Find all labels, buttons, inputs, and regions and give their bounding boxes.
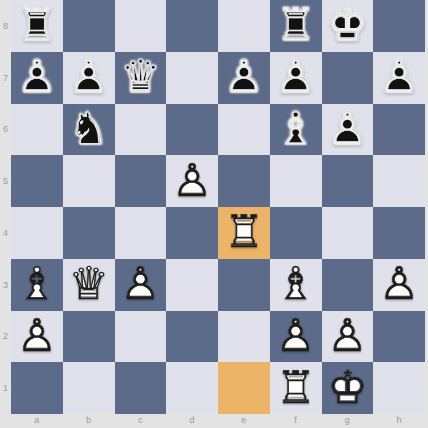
- square-a8[interactable]: ♜♖: [11, 0, 63, 52]
- black-pawn-g6[interactable]: ♟♙: [322, 104, 374, 156]
- piece-outline-glyph: ♙: [373, 52, 425, 104]
- white-bishop-f3[interactable]: ♝♗: [270, 259, 322, 311]
- square-e5[interactable]: [218, 155, 270, 207]
- piece-outline-glyph: ♗: [11, 259, 63, 311]
- white-bishop-a3[interactable]: ♝♗: [11, 259, 63, 311]
- piece-outline-glyph: ♔: [322, 362, 374, 414]
- square-b4[interactable]: [63, 207, 115, 259]
- square-c1[interactable]: [115, 362, 167, 414]
- square-b5[interactable]: [63, 155, 115, 207]
- white-pawn-h3[interactable]: ♟♙: [373, 259, 425, 311]
- square-f3[interactable]: ♝♗: [270, 259, 322, 311]
- rank-label-1: 1: [0, 362, 11, 414]
- rank-label-8: 8: [0, 0, 11, 52]
- square-b2[interactable]: [63, 311, 115, 363]
- square-a4[interactable]: [11, 207, 63, 259]
- square-a6[interactable]: [11, 104, 63, 156]
- square-b8[interactable]: [63, 0, 115, 52]
- black-bishop-f6[interactable]: ♝♗: [270, 104, 322, 156]
- piece-outline-glyph: ♙: [322, 104, 374, 156]
- white-pawn-g2[interactable]: ♟♙: [322, 311, 374, 363]
- square-c7[interactable]: ♛♕: [115, 52, 167, 104]
- piece-outline-glyph: ♗: [270, 259, 322, 311]
- rank-label-5: 5: [0, 155, 11, 207]
- piece-outline-glyph: ♖: [270, 0, 322, 52]
- piece-outline-glyph: ♙: [63, 52, 115, 104]
- square-c6[interactable]: [115, 104, 167, 156]
- chess-board: ♜♖♜♖♚♔♟♙♟♙♛♕♟♙♟♙♟♙♞♘♝♗♟♙♟♙♜♖♝♗♛♕♟♙♝♗♟♙♟♙…: [11, 0, 425, 414]
- square-c3[interactable]: ♟♙: [115, 259, 167, 311]
- file-label-a: a: [11, 413, 63, 428]
- piece-outline-glyph: ♖: [218, 207, 270, 259]
- square-g3[interactable]: [322, 259, 374, 311]
- file-label-b: b: [63, 413, 115, 428]
- square-e7[interactable]: ♟♙: [218, 52, 270, 104]
- square-h3[interactable]: ♟♙: [373, 259, 425, 311]
- square-e6[interactable]: [218, 104, 270, 156]
- black-pawn-e7[interactable]: ♟♙: [218, 52, 270, 104]
- square-g2[interactable]: ♟♙: [322, 311, 374, 363]
- square-h7[interactable]: ♟♙: [373, 52, 425, 104]
- square-f7[interactable]: ♟♙: [270, 52, 322, 104]
- square-a5[interactable]: [11, 155, 63, 207]
- white-rook-e4[interactable]: ♜♖: [218, 207, 270, 259]
- square-c4[interactable]: [115, 207, 167, 259]
- square-b7[interactable]: ♟♙: [63, 52, 115, 104]
- rank-label-4: 4: [0, 207, 11, 259]
- square-f4[interactable]: [270, 207, 322, 259]
- rank-label-2: 2: [0, 311, 11, 363]
- piece-outline-glyph: ♖: [270, 362, 322, 414]
- file-coordinates: abcdefgh: [11, 413, 425, 428]
- piece-outline-glyph: ♔: [322, 0, 374, 52]
- piece-outline-glyph: ♙: [270, 311, 322, 363]
- piece-outline-glyph: ♙: [373, 259, 425, 311]
- square-e4[interactable]: ♜♖: [218, 207, 270, 259]
- white-pawn-f2[interactable]: ♟♙: [270, 311, 322, 363]
- black-knight-b6[interactable]: ♞♘: [63, 104, 115, 156]
- square-a1[interactable]: [11, 362, 63, 414]
- piece-outline-glyph: ♙: [270, 52, 322, 104]
- black-king-g8[interactable]: ♚♔: [322, 0, 374, 52]
- square-e1[interactable]: [218, 362, 270, 414]
- rank-label-6: 6: [0, 104, 11, 156]
- square-h8[interactable]: [373, 0, 425, 52]
- square-c2[interactable]: [115, 311, 167, 363]
- white-pawn-c3[interactable]: ♟♙: [115, 259, 167, 311]
- square-f1[interactable]: ♜♖: [270, 362, 322, 414]
- square-f2[interactable]: ♟♙: [270, 311, 322, 363]
- square-b1[interactable]: [63, 362, 115, 414]
- square-d6[interactable]: [166, 104, 218, 156]
- square-d2[interactable]: [166, 311, 218, 363]
- square-d8[interactable]: [166, 0, 218, 52]
- square-d1[interactable]: [166, 362, 218, 414]
- square-a2[interactable]: ♟♙: [11, 311, 63, 363]
- square-d4[interactable]: [166, 207, 218, 259]
- square-h4[interactable]: [373, 207, 425, 259]
- square-g1[interactable]: ♚♔: [322, 362, 374, 414]
- square-h2[interactable]: [373, 311, 425, 363]
- black-queen-c7[interactable]: ♛♕: [115, 52, 167, 104]
- white-king-g1[interactable]: ♚♔: [322, 362, 374, 414]
- square-a7[interactable]: ♟♙: [11, 52, 63, 104]
- chess-board-app: 87654321 ♜♖♜♖♚♔♟♙♟♙♛♕♟♙♟♙♟♙♞♘♝♗♟♙♟♙♜♖♝♗♛…: [0, 0, 428, 428]
- black-rook-a8[interactable]: ♜♖: [11, 0, 63, 52]
- square-c8[interactable]: [115, 0, 167, 52]
- white-rook-f1[interactable]: ♜♖: [270, 362, 322, 414]
- file-label-e: e: [218, 413, 270, 428]
- square-c5[interactable]: [115, 155, 167, 207]
- piece-outline-glyph: ♙: [11, 311, 63, 363]
- piece-outline-glyph: ♘: [63, 104, 115, 156]
- black-pawn-b7[interactable]: ♟♙: [63, 52, 115, 104]
- piece-outline-glyph: ♙: [11, 52, 63, 104]
- piece-outline-glyph: ♙: [166, 155, 218, 207]
- square-e2[interactable]: [218, 311, 270, 363]
- square-h5[interactable]: [373, 155, 425, 207]
- square-e8[interactable]: [218, 0, 270, 52]
- black-pawn-a7[interactable]: ♟♙: [11, 52, 63, 104]
- piece-outline-glyph: ♙: [218, 52, 270, 104]
- black-pawn-h7[interactable]: ♟♙: [373, 52, 425, 104]
- square-f6[interactable]: ♝♗: [270, 104, 322, 156]
- square-g6[interactable]: ♟♙: [322, 104, 374, 156]
- white-pawn-a2[interactable]: ♟♙: [11, 311, 63, 363]
- square-b6[interactable]: ♞♘: [63, 104, 115, 156]
- piece-outline-glyph: ♕: [63, 259, 115, 311]
- square-g8[interactable]: ♚♔: [322, 0, 374, 52]
- file-label-c: c: [115, 413, 167, 428]
- square-d3[interactable]: [166, 259, 218, 311]
- square-h1[interactable]: [373, 362, 425, 414]
- square-d7[interactable]: [166, 52, 218, 104]
- square-h6[interactable]: [373, 104, 425, 156]
- piece-outline-glyph: ♗: [270, 104, 322, 156]
- square-d5[interactable]: ♟♙: [166, 155, 218, 207]
- rank-label-3: 3: [0, 259, 11, 311]
- square-f8[interactable]: ♜♖: [270, 0, 322, 52]
- square-g7[interactable]: [322, 52, 374, 104]
- piece-outline-glyph: ♙: [322, 311, 374, 363]
- square-b3[interactable]: ♛♕: [63, 259, 115, 311]
- file-label-d: d: [166, 413, 218, 428]
- file-label-g: g: [322, 413, 374, 428]
- black-rook-f8[interactable]: ♜♖: [270, 0, 322, 52]
- rank-coordinates: 87654321: [0, 0, 11, 414]
- square-f5[interactable]: [270, 155, 322, 207]
- piece-outline-glyph: ♙: [115, 259, 167, 311]
- square-g5[interactable]: [322, 155, 374, 207]
- rank-label-7: 7: [0, 52, 11, 104]
- white-queen-b3[interactable]: ♛♕: [63, 259, 115, 311]
- file-label-h: h: [373, 413, 425, 428]
- square-g4[interactable]: [322, 207, 374, 259]
- piece-outline-glyph: ♖: [11, 0, 63, 52]
- square-e3[interactable]: [218, 259, 270, 311]
- file-label-f: f: [270, 413, 322, 428]
- black-pawn-f7[interactable]: ♟♙: [270, 52, 322, 104]
- square-a3[interactable]: ♝♗: [11, 259, 63, 311]
- white-pawn-d5[interactable]: ♟♙: [166, 155, 218, 207]
- piece-outline-glyph: ♕: [115, 52, 167, 104]
